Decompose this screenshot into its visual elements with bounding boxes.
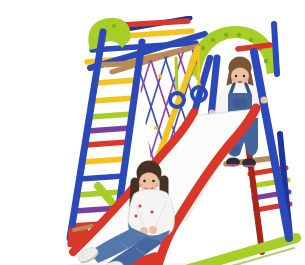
front-base-rail (158, 238, 296, 265)
play-gym-illustration (40, 16, 305, 265)
standing-child-hand-right (261, 97, 268, 104)
product-photo: Two young children playing on a colourfu… (40, 16, 305, 265)
sweater-print (139, 205, 142, 208)
left-arch-panel (88, 18, 130, 50)
top-right-post (274, 24, 277, 74)
